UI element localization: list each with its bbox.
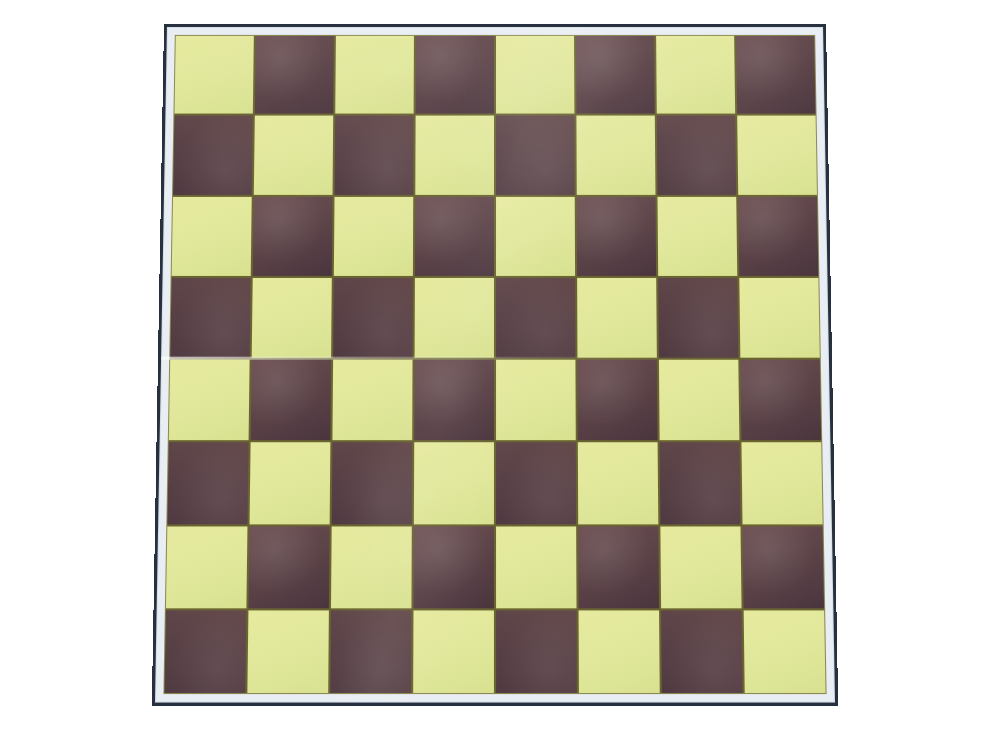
square-f7[interactable] (576, 116, 655, 195)
square-d5[interactable] (415, 278, 494, 358)
square-b4[interactable] (251, 360, 331, 441)
square-d4[interactable] (414, 360, 494, 441)
square-e6[interactable] (496, 196, 575, 275)
square-d6[interactable] (415, 196, 494, 275)
square-e5[interactable] (496, 278, 575, 358)
square-d2[interactable] (414, 526, 494, 608)
square-g2[interactable] (660, 526, 741, 608)
product-photo (0, 0, 1000, 750)
square-a2[interactable] (166, 526, 248, 608)
square-g6[interactable] (658, 196, 738, 275)
square-c8[interactable] (335, 36, 414, 114)
square-e3[interactable] (496, 442, 576, 523)
square-h2[interactable] (743, 526, 825, 608)
square-a7[interactable] (173, 116, 253, 195)
square-e7[interactable] (496, 116, 575, 195)
square-b5[interactable] (252, 278, 332, 358)
square-e8[interactable] (496, 36, 574, 114)
square-c7[interactable] (335, 116, 414, 195)
square-g5[interactable] (658, 278, 738, 358)
square-h4[interactable] (740, 360, 821, 441)
square-b7[interactable] (254, 116, 333, 195)
square-b8[interactable] (255, 36, 334, 114)
square-b1[interactable] (247, 610, 329, 693)
square-h8[interactable] (736, 36, 815, 114)
square-f3[interactable] (578, 442, 658, 523)
square-d8[interactable] (416, 36, 494, 114)
square-g8[interactable] (656, 36, 735, 114)
square-f8[interactable] (576, 36, 655, 114)
square-c6[interactable] (334, 196, 413, 275)
square-e2[interactable] (496, 526, 576, 608)
square-d3[interactable] (414, 442, 494, 523)
square-a6[interactable] (172, 196, 252, 275)
board-frame (152, 24, 838, 706)
square-a4[interactable] (169, 360, 250, 441)
square-c2[interactable] (331, 526, 412, 608)
square-d1[interactable] (413, 610, 494, 693)
square-c4[interactable] (332, 360, 412, 441)
square-h5[interactable] (739, 278, 819, 358)
square-h7[interactable] (737, 116, 817, 195)
square-g4[interactable] (659, 360, 739, 441)
square-g3[interactable] (660, 442, 741, 523)
square-a3[interactable] (167, 442, 248, 523)
square-b2[interactable] (248, 526, 329, 608)
square-f6[interactable] (577, 196, 656, 275)
square-g1[interactable] (661, 610, 743, 693)
square-d7[interactable] (415, 116, 494, 195)
square-h3[interactable] (741, 442, 822, 523)
square-f5[interactable] (577, 278, 657, 358)
square-h1[interactable] (744, 610, 826, 693)
square-c1[interactable] (330, 610, 411, 693)
square-e4[interactable] (496, 360, 576, 441)
square-h6[interactable] (738, 196, 818, 275)
square-f2[interactable] (578, 526, 659, 608)
square-a5[interactable] (170, 278, 250, 358)
square-b3[interactable] (250, 442, 331, 523)
square-a8[interactable] (174, 36, 253, 114)
chessboard (164, 36, 825, 693)
square-g7[interactable] (657, 116, 736, 195)
square-e1[interactable] (496, 610, 577, 693)
square-f1[interactable] (579, 610, 660, 693)
square-b6[interactable] (253, 196, 333, 275)
square-f4[interactable] (577, 360, 657, 441)
square-c3[interactable] (332, 442, 412, 523)
square-a1[interactable] (164, 610, 246, 693)
square-c5[interactable] (333, 278, 413, 358)
